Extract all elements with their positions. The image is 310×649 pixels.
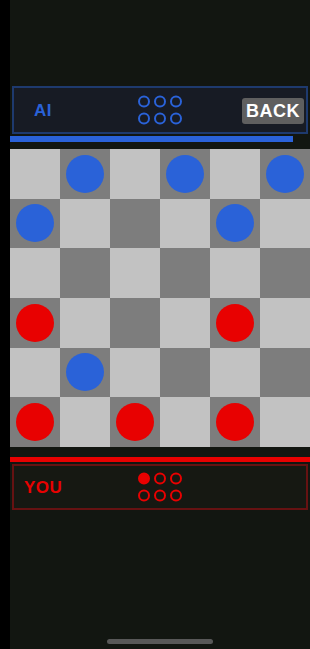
board-square-r3c5[interactable] xyxy=(260,298,310,348)
red-piece[interactable] xyxy=(216,304,254,342)
tray-slot-empty xyxy=(154,473,166,485)
board-square-r3c3[interactable] xyxy=(160,298,210,348)
tray-slot-filled xyxy=(138,473,150,485)
blue-piece[interactable] xyxy=(216,204,254,242)
board-square-r2c0[interactable] xyxy=(10,248,60,298)
board-square-r5c4[interactable] xyxy=(210,397,260,447)
board-square-r2c5[interactable] xyxy=(260,248,310,298)
red-piece[interactable] xyxy=(16,403,54,441)
board-square-r1c3[interactable] xyxy=(160,199,210,249)
board-square-r2c1[interactable] xyxy=(60,248,110,298)
board-square-r4c3[interactable] xyxy=(160,348,210,398)
home-indicator-bar[interactable] xyxy=(107,639,213,644)
tray-slot-empty xyxy=(138,113,150,125)
board-square-r0c5[interactable] xyxy=(260,149,310,199)
tray-slot-empty xyxy=(154,113,166,125)
board-square-r0c2[interactable] xyxy=(110,149,160,199)
board-square-r0c1[interactable] xyxy=(60,149,110,199)
you-turn-bar xyxy=(10,457,310,462)
tray-slot-empty xyxy=(170,113,182,125)
board-square-r4c2[interactable] xyxy=(110,348,160,398)
you-panel: YOU xyxy=(12,464,308,510)
board-square-r3c0[interactable] xyxy=(10,298,60,348)
tray-slot-empty xyxy=(138,490,150,502)
board-square-r5c2[interactable] xyxy=(110,397,160,447)
blue-piece[interactable] xyxy=(16,204,54,242)
you-label: YOU xyxy=(24,478,62,498)
board-square-r5c5[interactable] xyxy=(260,397,310,447)
board-square-r0c3[interactable] xyxy=(160,149,210,199)
red-piece[interactable] xyxy=(16,304,54,342)
ai-captured-tray xyxy=(138,96,182,125)
checkers-board xyxy=(10,149,310,447)
board-square-r5c0[interactable] xyxy=(10,397,60,447)
blue-piece[interactable] xyxy=(166,155,204,193)
tray-slot-empty xyxy=(170,490,182,502)
board-square-r5c1[interactable] xyxy=(60,397,110,447)
ai-panel: AI BACK xyxy=(12,86,308,134)
blue-piece[interactable] xyxy=(266,155,304,193)
board-square-r1c5[interactable] xyxy=(260,199,310,249)
board-square-r3c1[interactable] xyxy=(60,298,110,348)
red-piece[interactable] xyxy=(216,403,254,441)
ai-label: AI xyxy=(34,101,52,121)
board-square-r3c4[interactable] xyxy=(210,298,260,348)
board-square-r2c4[interactable] xyxy=(210,248,260,298)
board-square-r1c1[interactable] xyxy=(60,199,110,249)
tray-slot-empty xyxy=(154,490,166,502)
board-square-r0c0[interactable] xyxy=(10,149,60,199)
board-square-r4c4[interactable] xyxy=(210,348,260,398)
tray-slot-empty xyxy=(138,96,150,108)
board-square-r1c2[interactable] xyxy=(110,199,160,249)
board-square-r5c3[interactable] xyxy=(160,397,210,447)
board-square-r4c0[interactable] xyxy=(10,348,60,398)
board-square-r3c2[interactable] xyxy=(110,298,160,348)
red-piece[interactable] xyxy=(116,403,154,441)
blue-piece[interactable] xyxy=(66,155,104,193)
blue-piece[interactable] xyxy=(66,353,104,391)
tray-slot-empty xyxy=(170,96,182,108)
board-square-r2c2[interactable] xyxy=(110,248,160,298)
ai-turn-bar xyxy=(10,136,293,142)
board-square-r4c1[interactable] xyxy=(60,348,110,398)
board-square-r2c3[interactable] xyxy=(160,248,210,298)
board-square-r0c4[interactable] xyxy=(210,149,260,199)
tray-slot-empty xyxy=(170,473,182,485)
tray-slot-empty xyxy=(154,96,166,108)
board-square-r1c0[interactable] xyxy=(10,199,60,249)
board-square-r1c4[interactable] xyxy=(210,199,260,249)
back-button[interactable]: BACK xyxy=(242,98,304,124)
app-screen: AI BACK YOU xyxy=(10,0,310,649)
board-square-r4c5[interactable] xyxy=(260,348,310,398)
you-captured-tray xyxy=(138,473,182,502)
